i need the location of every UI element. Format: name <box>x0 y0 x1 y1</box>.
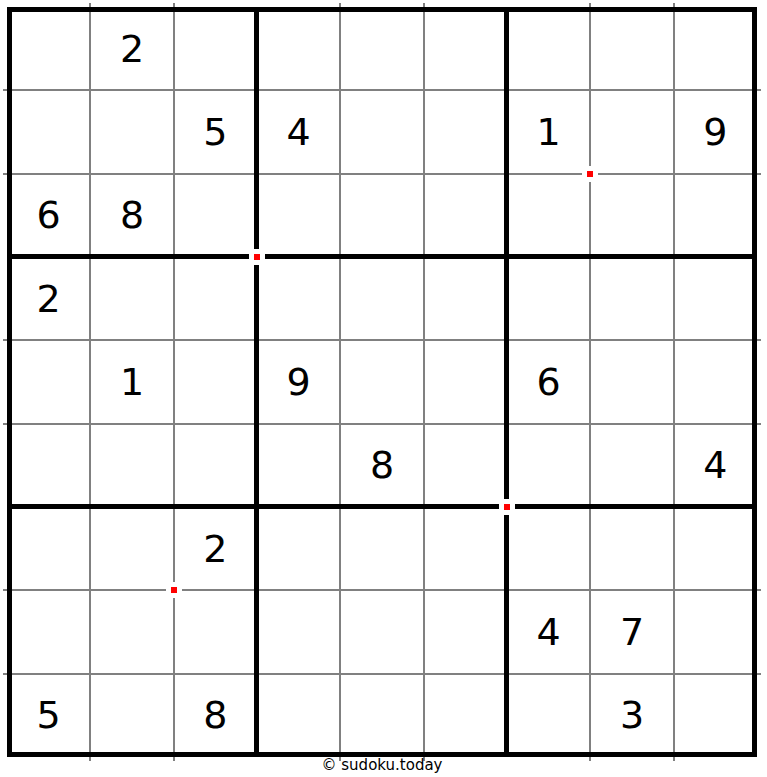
cell-r8c6[interactable] <box>424 590 507 673</box>
sudoku-board: 2541968219684247583 <box>7 7 757 757</box>
cell-r2c3[interactable]: 5 <box>174 90 257 173</box>
cell-r7c9[interactable] <box>674 507 757 590</box>
cell-r7c4[interactable] <box>257 507 340 590</box>
cell-r8c5[interactable] <box>340 590 423 673</box>
cell-r1c8[interactable] <box>590 7 673 90</box>
cell-r8c2[interactable] <box>90 590 173 673</box>
cell-r8c7[interactable]: 4 <box>507 590 590 673</box>
cell-r9c8[interactable]: 3 <box>590 674 673 757</box>
cell-r7c8[interactable] <box>590 507 673 590</box>
cell-r7c7[interactable] <box>507 507 590 590</box>
cell-r4c4[interactable] <box>257 257 340 340</box>
cell-r4c3[interactable] <box>174 257 257 340</box>
cell-r2c1[interactable] <box>7 90 90 173</box>
cell-r1c4[interactable] <box>257 7 340 90</box>
cell-r7c6[interactable] <box>424 507 507 590</box>
cell-r6c2[interactable] <box>90 424 173 507</box>
cell-r5c9[interactable] <box>674 340 757 423</box>
cell-r1c9[interactable] <box>674 7 757 90</box>
cell-r6c8[interactable] <box>590 424 673 507</box>
cell-r9c2[interactable] <box>90 674 173 757</box>
cell-r3c6[interactable] <box>424 174 507 257</box>
cell-r9c3[interactable]: 8 <box>174 674 257 757</box>
cell-r3c3[interactable] <box>174 174 257 257</box>
cell-r3c8[interactable] <box>590 174 673 257</box>
cell-r3c1[interactable]: 6 <box>7 174 90 257</box>
cell-r7c1[interactable] <box>7 507 90 590</box>
cell-r1c5[interactable] <box>340 7 423 90</box>
cell-r4c7[interactable] <box>507 257 590 340</box>
cell-r6c3[interactable] <box>174 424 257 507</box>
cell-r5c6[interactable] <box>424 340 507 423</box>
cell-r4c9[interactable] <box>674 257 757 340</box>
cell-r8c1[interactable] <box>7 590 90 673</box>
cell-r6c1[interactable] <box>7 424 90 507</box>
cell-r8c9[interactable] <box>674 590 757 673</box>
cell-r9c9[interactable] <box>674 674 757 757</box>
cell-r3c9[interactable] <box>674 174 757 257</box>
cell-r4c2[interactable] <box>90 257 173 340</box>
cell-r2c6[interactable] <box>424 90 507 173</box>
cell-r4c5[interactable] <box>340 257 423 340</box>
cell-r2c8[interactable] <box>590 90 673 173</box>
cell-r8c8[interactable]: 7 <box>590 590 673 673</box>
cell-r6c4[interactable] <box>257 424 340 507</box>
cell-r8c4[interactable] <box>257 590 340 673</box>
cell-r7c3[interactable]: 2 <box>174 507 257 590</box>
cell-r2c2[interactable] <box>90 90 173 173</box>
cell-r3c2[interactable]: 8 <box>90 174 173 257</box>
cell-r2c7[interactable]: 1 <box>507 90 590 173</box>
cell-r2c9[interactable]: 9 <box>674 90 757 173</box>
cell-r3c5[interactable] <box>340 174 423 257</box>
cell-r5c4[interactable]: 9 <box>257 340 340 423</box>
cell-r4c6[interactable] <box>424 257 507 340</box>
cell-r5c7[interactable]: 6 <box>507 340 590 423</box>
cells-layer: 2541968219684247583 <box>7 7 757 757</box>
cell-r6c7[interactable] <box>507 424 590 507</box>
cell-r6c5[interactable]: 8 <box>340 424 423 507</box>
cell-r7c5[interactable] <box>340 507 423 590</box>
cell-r5c2[interactable]: 1 <box>90 340 173 423</box>
cell-r1c1[interactable] <box>7 7 90 90</box>
copyright-text: © sudoku.today <box>7 756 757 774</box>
cell-r9c7[interactable] <box>507 674 590 757</box>
cell-r3c7[interactable] <box>507 174 590 257</box>
cell-r2c5[interactable] <box>340 90 423 173</box>
cell-r9c4[interactable] <box>257 674 340 757</box>
cell-r4c1[interactable]: 2 <box>7 257 90 340</box>
cell-r5c8[interactable] <box>590 340 673 423</box>
cell-r7c2[interactable] <box>90 507 173 590</box>
cell-r6c6[interactable] <box>424 424 507 507</box>
cell-r5c1[interactable] <box>7 340 90 423</box>
cell-r5c3[interactable] <box>174 340 257 423</box>
cell-r9c1[interactable]: 5 <box>7 674 90 757</box>
cell-r9c5[interactable] <box>340 674 423 757</box>
cell-r2c4[interactable]: 4 <box>257 90 340 173</box>
cell-r1c3[interactable] <box>174 7 257 90</box>
cell-r1c7[interactable] <box>507 7 590 90</box>
cell-r9c6[interactable] <box>424 674 507 757</box>
cell-r1c6[interactable] <box>424 7 507 90</box>
cell-r3c4[interactable] <box>257 174 340 257</box>
cell-r5c5[interactable] <box>340 340 423 423</box>
cell-r1c2[interactable]: 2 <box>90 7 173 90</box>
cell-r8c3[interactable] <box>174 590 257 673</box>
cell-r6c9[interactable]: 4 <box>674 424 757 507</box>
cell-r4c8[interactable] <box>590 257 673 340</box>
